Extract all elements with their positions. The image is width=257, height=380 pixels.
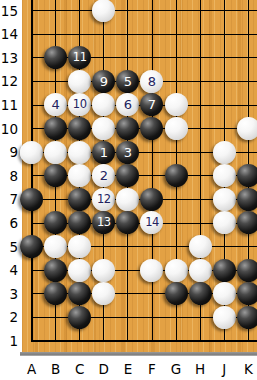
row-label-10: 10 [0,120,18,138]
white-stone-C8 [68,164,91,187]
white-stone-J9 [213,141,236,164]
white-stone-B9 [44,141,67,164]
white-stone-E11: 6 [116,93,139,116]
black-stone-E8 [116,164,139,187]
row-label-8: 8 [0,167,18,185]
white-stone-D8: 2 [92,164,115,187]
black-stone-D12: 9 [92,70,115,93]
white-stone-F12: 8 [140,70,163,93]
black-stone-K8 [237,164,257,187]
white-stone-A9 [20,141,43,164]
column-label-G: G [166,361,186,378]
white-stone-G4 [165,259,188,282]
row-label-14: 14 [0,25,18,43]
row-label-9: 9 [0,143,18,161]
stones-layer: 1195841067132121314 [19,0,257,353]
move-number-label: 11 [73,52,87,64]
column-label-K: K [238,361,257,378]
move-number-label: 3 [124,145,132,158]
white-stone-C12 [68,70,91,93]
black-stone-B4 [44,259,67,282]
white-stone-C9 [68,141,91,164]
white-stone-D11 [92,93,115,116]
white-stone-H4 [189,259,212,282]
move-number-label: 10 [73,99,87,111]
black-stone-C10 [68,117,91,140]
row-label-15: 15 [0,2,18,20]
white-stone-G11 [165,93,188,116]
black-stone-B3 [44,282,67,305]
black-stone-D6: 13 [92,211,115,234]
column-label-D: D [94,361,114,378]
black-stone-K3 [237,282,257,305]
white-stone-F4 [140,259,163,282]
black-stone-E6 [116,211,139,234]
black-stone-B10 [44,117,67,140]
black-stone-D9: 1 [92,141,115,164]
white-stone-D3 [92,282,115,305]
white-stone-C5 [68,235,91,258]
black-stone-J4 [213,259,236,282]
move-number-label: 7 [148,98,156,111]
move-number-label: 13 [97,217,111,229]
black-stone-C3 [68,282,91,305]
column-label-B: B [46,361,66,378]
column-label-E: E [118,361,138,378]
black-stone-C7 [68,188,91,211]
move-number-label: 2 [100,169,108,182]
row-label-2: 2 [0,308,18,326]
move-number-label: 1 [100,145,108,158]
row-label-3: 3 [0,285,18,303]
black-stone-E10 [116,117,139,140]
move-number-label: 8 [148,74,156,87]
black-stone-K4 [237,259,257,282]
white-stone-J6 [213,211,236,234]
black-stone-F11: 7 [140,93,163,116]
black-stone-K6 [237,211,257,234]
white-stone-D10 [92,117,115,140]
black-stone-K2 [237,306,257,329]
white-stone-D7: 12 [92,188,115,211]
move-number-label: 4 [51,98,59,111]
white-stone-D4 [92,259,115,282]
move-number-label: 9 [100,74,108,87]
black-stone-E12: 5 [116,70,139,93]
move-number-label: 14 [145,217,159,229]
column-label-H: H [190,361,210,378]
black-stone-B8 [44,164,67,187]
black-stone-B6 [44,211,67,234]
black-stone-G8 [165,164,188,187]
column-label-J: J [214,361,234,378]
black-stone-C6 [68,211,91,234]
move-number-label: 12 [97,193,111,205]
black-stone-C13: 11 [68,46,91,69]
white-stone-J7 [213,188,236,211]
move-number-label: 6 [124,98,132,111]
row-label-11: 11 [0,96,18,114]
go-board-screenshot: 1195841067132121314 15141312111098765432… [0,0,257,380]
move-number-label: 5 [124,74,132,87]
black-stone-B13 [44,46,67,69]
white-stone-F6: 14 [140,211,163,234]
black-stone-A5 [20,235,43,258]
column-label-A: A [22,361,42,378]
white-stone-C4 [68,259,91,282]
white-stone-E7 [116,188,139,211]
white-stone-J2 [213,306,236,329]
white-stone-C11: 10 [68,93,91,116]
black-stone-F10 [140,117,163,140]
row-label-6: 6 [0,214,18,232]
row-label-1: 1 [0,332,18,350]
row-label-5: 5 [0,238,18,256]
white-stone-H5 [189,235,212,258]
white-stone-G10 [165,117,188,140]
column-label-F: F [142,361,162,378]
white-stone-B5 [44,235,67,258]
white-stone-J8 [213,164,236,187]
row-label-12: 12 [0,72,18,90]
white-stone-K10 [237,117,257,140]
black-stone-H3 [189,282,212,305]
white-stone-B11: 4 [44,93,67,116]
white-stone-J3 [213,282,236,305]
white-stone-D15 [92,0,115,22]
black-stone-K7 [237,188,257,211]
black-stone-A7 [20,188,43,211]
row-label-7: 7 [0,190,18,208]
row-label-4: 4 [0,261,18,279]
black-stone-F7 [140,188,163,211]
black-stone-G3 [165,282,188,305]
black-stone-E9: 3 [116,141,139,164]
column-label-C: C [70,361,90,378]
black-stone-C2 [68,306,91,329]
row-label-13: 13 [0,49,18,67]
